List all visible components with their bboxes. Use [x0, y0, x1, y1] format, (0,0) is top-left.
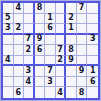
sudoku-cell-r7c6[interactable] [56, 66, 67, 77]
sudoku-cell-r8c8[interactable] [77, 77, 88, 88]
sudoku-cell-r9c3[interactable] [24, 87, 35, 98]
sudoku-cell-r3c4[interactable] [35, 24, 46, 35]
sudoku-cell-r2c8[interactable] [77, 14, 88, 25]
sudoku-cell-r2c3[interactable] [24, 14, 35, 25]
sudoku-cell-r7c3[interactable]: 3 [24, 66, 35, 77]
sudoku-cell-r6c5[interactable] [45, 56, 56, 67]
sudoku-cell-r7c7[interactable] [66, 66, 77, 77]
sudoku-cell-r8c5[interactable]: 3 [45, 77, 56, 88]
sudoku-cell-r5c8[interactable] [77, 45, 88, 56]
sudoku-cell-r3c6[interactable] [56, 24, 67, 35]
sudoku-cell-r6c7[interactable]: 9 [66, 56, 77, 67]
sudoku-cell-r9c8[interactable]: 8 [77, 87, 88, 98]
sudoku-cell-r4c1[interactable] [3, 35, 14, 46]
sudoku-cell-r9c5[interactable] [45, 87, 56, 98]
sudoku-cell-r7c2[interactable] [14, 66, 25, 77]
sudoku-cell-r1c5[interactable] [45, 3, 56, 14]
sudoku-cell-r8c4[interactable] [35, 77, 46, 88]
sudoku-cell-r4c8[interactable] [77, 35, 88, 46]
sudoku-cell-r6c2[interactable] [14, 56, 25, 67]
sudoku-cell-r5c2[interactable] [14, 45, 25, 56]
sudoku-cell-r3c5[interactable]: 6 [45, 24, 56, 35]
sudoku-cell-r1c2[interactable]: 4 [14, 3, 25, 14]
sudoku-cell-r5c4[interactable]: 6 [35, 45, 46, 56]
sudoku-cell-r3c3[interactable] [24, 24, 35, 35]
sudoku-cell-r8c1[interactable] [3, 77, 14, 88]
sudoku-cell-r9c1[interactable] [3, 87, 14, 98]
sudoku-cell-r3c2[interactable]: 2 [14, 24, 25, 35]
sudoku-cell-r6c4[interactable] [35, 56, 46, 67]
sudoku-cell-r1c7[interactable] [66, 3, 77, 14]
sudoku-cell-r7c4[interactable] [35, 66, 46, 77]
sudoku-cell-r3c7[interactable]: 1 [66, 24, 77, 35]
sudoku-cell-r4c4[interactable]: 9 [35, 35, 46, 46]
sudoku-cell-r1c1[interactable] [3, 3, 14, 14]
sudoku-cell-r5c5[interactable] [45, 45, 56, 56]
sudoku-cell-r7c8[interactable]: 9 [77, 66, 88, 77]
sudoku-cell-r1c3[interactable] [24, 3, 35, 14]
sudoku-cell-r8c7[interactable] [66, 77, 77, 88]
sudoku-cell-r5c9[interactable] [87, 45, 98, 56]
sudoku-cell-r7c9[interactable]: 1 [87, 66, 98, 77]
sudoku-cell-r8c6[interactable] [56, 77, 67, 88]
sudoku-cell-r1c4[interactable]: 8 [35, 3, 46, 14]
sudoku-cell-r8c3[interactable]: 4 [24, 77, 35, 88]
sudoku-cell-r7c1[interactable] [3, 66, 14, 77]
sudoku-cell-r4c6[interactable] [56, 35, 67, 46]
sudoku-cell-r3c9[interactable] [87, 24, 98, 35]
sudoku-cell-r1c9[interactable] [87, 3, 98, 14]
sudoku-cell-r9c4[interactable] [35, 87, 46, 98]
sudoku-cell-r9c6[interactable]: 4 [56, 87, 67, 98]
sudoku-cell-r9c7[interactable] [66, 87, 77, 98]
sudoku-cell-r3c8[interactable] [77, 24, 88, 35]
sudoku-frame: 487512326179326784293791436648 [0, 0, 101, 101]
sudoku-cell-r4c2[interactable] [14, 35, 25, 46]
sudoku-cell-r5c3[interactable]: 2 [24, 45, 35, 56]
sudoku-cell-r8c9[interactable]: 6 [87, 77, 98, 88]
sudoku-cell-r6c1[interactable]: 4 [3, 56, 14, 67]
sudoku-cell-r6c6[interactable]: 2 [56, 56, 67, 67]
sudoku-cell-r9c9[interactable] [87, 87, 98, 98]
sudoku-cell-r6c9[interactable] [87, 56, 98, 67]
sudoku-cell-r1c8[interactable]: 7 [77, 3, 88, 14]
sudoku-cell-r2c4[interactable] [35, 14, 46, 25]
sudoku-cell-r4c9[interactable]: 3 [87, 35, 98, 46]
sudoku-cell-r7c5[interactable]: 7 [45, 66, 56, 77]
sudoku-cell-r6c3[interactable] [24, 56, 35, 67]
sudoku-cell-r2c9[interactable] [87, 14, 98, 25]
sudoku-board: 487512326179326784293791436648 [1, 1, 100, 100]
sudoku-cell-r9c2[interactable]: 6 [14, 87, 25, 98]
sudoku-cell-r1c6[interactable] [56, 3, 67, 14]
sudoku-cell-r3c1[interactable]: 3 [3, 24, 14, 35]
sudoku-cell-r8c2[interactable] [14, 77, 25, 88]
sudoku-cell-r4c5[interactable] [45, 35, 56, 46]
sudoku-cell-r4c3[interactable]: 7 [24, 35, 35, 46]
sudoku-cell-r6c8[interactable] [77, 56, 88, 67]
sudoku-cell-r2c6[interactable] [56, 14, 67, 25]
sudoku-cell-r4c7[interactable] [66, 35, 77, 46]
